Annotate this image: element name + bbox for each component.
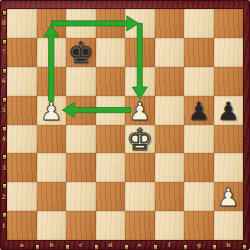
square-e1[interactable]	[125, 211, 155, 240]
square-g7[interactable]	[184, 38, 214, 67]
file-label-a: a	[7, 241, 37, 249]
square-b4[interactable]	[37, 125, 67, 154]
nail-stud	[2, 39, 7, 45]
square-c6[interactable]	[66, 67, 96, 96]
black-pawn[interactable]: ♟	[184, 96, 214, 125]
square-f6[interactable]	[155, 67, 185, 96]
square-g2[interactable]	[184, 182, 214, 211]
square-f2[interactable]	[155, 182, 185, 211]
square-a2[interactable]	[7, 182, 37, 211]
nail-stud	[2, 212, 7, 218]
chess-board: ♚♟♟♟♟♚♟	[7, 9, 243, 240]
nail-stud	[65, 244, 70, 250]
square-e5[interactable]: ♟	[125, 96, 155, 125]
rank-label-8: 8	[0, 19, 7, 27]
chess-board-frame: ♚♟♟♟♟♚♟ 87654321 abcdefgh	[0, 0, 250, 250]
square-c4[interactable]	[66, 125, 96, 154]
square-c8[interactable]	[66, 9, 96, 38]
square-f4[interactable]	[155, 125, 185, 154]
square-h5[interactable]: ♟	[214, 96, 244, 125]
white-pawn[interactable]: ♟	[37, 96, 67, 125]
nail-stud	[35, 244, 40, 250]
square-d2[interactable]	[96, 182, 126, 211]
square-b5[interactable]: ♟	[37, 96, 67, 125]
nail-stud	[212, 244, 217, 250]
square-b2[interactable]	[37, 182, 67, 211]
square-d4[interactable]	[96, 125, 126, 154]
square-d7[interactable]	[96, 38, 126, 67]
square-g6[interactable]	[184, 67, 214, 96]
nail-stud	[183, 244, 188, 250]
square-e2[interactable]	[125, 182, 155, 211]
rank-label-5: 5	[0, 106, 7, 114]
file-label-c: c	[66, 241, 96, 249]
white-pawn[interactable]: ♟	[214, 183, 244, 212]
square-h7[interactable]	[214, 38, 244, 67]
square-a3[interactable]	[7, 153, 37, 182]
square-b7[interactable]	[37, 38, 67, 67]
nail-stud	[124, 244, 129, 250]
black-king[interactable]: ♚	[66, 38, 96, 67]
square-c2[interactable]	[66, 182, 96, 211]
nail-stud	[2, 154, 7, 160]
file-label-b: b	[37, 241, 67, 249]
square-g1[interactable]	[184, 211, 214, 240]
square-b8[interactable]	[37, 9, 67, 38]
square-g5[interactable]: ♟	[184, 96, 214, 125]
square-d3[interactable]	[96, 153, 126, 182]
file-label-e: e	[125, 241, 155, 249]
nail-stud	[153, 244, 158, 250]
square-f3[interactable]	[155, 153, 185, 182]
square-c7[interactable]: ♚	[66, 38, 96, 67]
square-a8[interactable]	[7, 9, 37, 38]
square-e6[interactable]	[125, 67, 155, 96]
rank-label-4: 4	[0, 135, 7, 143]
square-d5[interactable]	[96, 96, 126, 125]
square-h6[interactable]	[214, 67, 244, 96]
square-a1[interactable]	[7, 211, 37, 240]
rank-label-7: 7	[0, 48, 7, 56]
rank-label-2: 2	[0, 193, 7, 201]
square-e7[interactable]	[125, 38, 155, 67]
square-h8[interactable]	[214, 9, 244, 38]
square-h1[interactable]	[214, 211, 244, 240]
nail-stud	[2, 97, 7, 103]
square-e3[interactable]	[125, 153, 155, 182]
rank-label-3: 3	[0, 164, 7, 172]
square-f1[interactable]	[155, 211, 185, 240]
nail-stud	[2, 183, 7, 189]
rank-label-1: 1	[0, 222, 7, 230]
square-a7[interactable]	[7, 38, 37, 67]
nail-stud	[242, 244, 247, 250]
rank-label-6: 6	[0, 77, 7, 85]
file-label-g: g	[184, 241, 214, 249]
file-label-d: d	[96, 241, 126, 249]
square-c3[interactable]	[66, 153, 96, 182]
square-b6[interactable]	[37, 67, 67, 96]
square-b3[interactable]	[37, 153, 67, 182]
square-h3[interactable]	[214, 153, 244, 182]
nail-stud	[2, 126, 7, 132]
square-e8[interactable]	[125, 9, 155, 38]
square-a4[interactable]	[7, 125, 37, 154]
nail-stud	[2, 10, 7, 16]
square-d8[interactable]	[96, 9, 126, 38]
square-f7[interactable]	[155, 38, 185, 67]
square-d1[interactable]	[96, 211, 126, 240]
square-b1[interactable]	[37, 211, 67, 240]
square-c1[interactable]	[66, 211, 96, 240]
white-king[interactable]: ♚	[125, 125, 155, 154]
square-c5[interactable]	[66, 96, 96, 125]
square-h4[interactable]	[214, 125, 244, 154]
nail-stud	[2, 68, 7, 74]
square-e4[interactable]: ♚	[125, 125, 155, 154]
square-d6[interactable]	[96, 67, 126, 96]
black-pawn[interactable]: ♟	[214, 96, 244, 125]
square-f8[interactable]	[155, 9, 185, 38]
square-a6[interactable]	[7, 67, 37, 96]
file-label-f: f	[155, 241, 185, 249]
square-g8[interactable]	[184, 9, 214, 38]
square-f5[interactable]	[155, 96, 185, 125]
square-a5[interactable]	[7, 96, 37, 125]
square-g3[interactable]	[184, 153, 214, 182]
square-h2[interactable]: ♟	[214, 182, 244, 211]
square-g4[interactable]	[184, 125, 214, 154]
file-label-h: h	[214, 241, 244, 249]
nail-stud	[94, 244, 99, 250]
